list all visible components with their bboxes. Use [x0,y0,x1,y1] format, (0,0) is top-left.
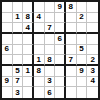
empty-cell-r8c3[interactable] [23,77,34,88]
empty-cell-r1c2[interactable] [13,2,24,13]
empty-cell-r2c9[interactable] [87,13,98,24]
empty-cell-r5c3[interactable] [23,45,34,56]
given-cell-r2c2: 1 [13,13,24,24]
empty-cell-r3c9[interactable] [87,23,98,34]
given-cell-r3c5: 7 [45,23,56,34]
empty-cell-r9c9[interactable] [87,87,98,98]
empty-cell-r5c2[interactable] [13,45,24,56]
given-cell-r7c4: 8 [34,66,45,77]
empty-cell-r6c3[interactable] [23,55,34,66]
given-cell-r8c2: 7 [13,77,24,88]
empty-cell-r4c3[interactable] [23,34,34,45]
empty-cell-r3c1[interactable] [2,23,13,34]
empty-cell-r9c1[interactable] [2,87,13,98]
empty-cell-r9c4[interactable] [34,87,45,98]
empty-cell-r7c6[interactable] [55,66,66,77]
given-cell-r8c1: 9 [2,77,13,88]
empty-cell-r2c6[interactable] [55,13,66,24]
empty-cell-r1c4[interactable] [34,2,45,13]
empty-cell-r3c6[interactable] [55,23,66,34]
given-cell-r2c4: 4 [34,13,45,24]
given-cell-r9c2: 3 [13,87,24,98]
given-cell-r1c6: 9 [55,2,66,13]
empty-cell-r5c5[interactable] [45,45,56,56]
given-cell-r6c5: 8 [45,55,56,66]
empty-cell-r4c5[interactable] [45,34,56,45]
given-cell-r3c3: 4 [23,23,34,34]
empty-cell-r9c7[interactable] [66,87,77,98]
empty-cell-r3c8[interactable] [77,23,88,34]
given-cell-r2c8: 2 [77,13,88,24]
empty-cell-r8c4[interactable] [34,77,45,88]
empty-cell-r1c1[interactable] [2,2,13,13]
empty-cell-r3c7[interactable] [66,23,77,34]
empty-cell-r5c6[interactable] [55,45,66,56]
empty-cell-r5c7[interactable] [66,45,77,56]
empty-cell-r4c1[interactable] [2,34,13,45]
empty-cell-r4c7[interactable] [66,34,77,45]
empty-cell-r5c9[interactable] [87,45,98,56]
empty-cell-r1c3[interactable] [23,2,34,13]
given-cell-r6c9: 2 [87,55,98,66]
empty-cell-r4c2[interactable] [13,34,24,45]
empty-cell-r2c1[interactable] [2,13,13,24]
given-cell-r1c7: 8 [66,2,77,13]
empty-cell-r8c8[interactable] [77,77,88,88]
empty-cell-r4c8[interactable] [77,34,88,45]
given-cell-r4c6: 6 [55,34,66,45]
given-cell-r8c9: 4 [87,77,98,88]
given-cell-r2c3: 8 [23,13,34,24]
given-cell-r5c1: 6 [2,45,13,56]
empty-cell-r2c7[interactable] [66,13,77,24]
empty-cell-r8c7[interactable] [66,77,77,88]
empty-cell-r7c5[interactable] [45,66,56,77]
empty-cell-r8c6[interactable] [55,77,66,88]
given-cell-r5c8: 5 [77,45,88,56]
empty-cell-r2c5[interactable] [45,13,56,24]
given-cell-r7c3: 1 [23,66,34,77]
empty-cell-r1c8[interactable] [77,2,88,13]
sudoku-board: 98184247665187251893973436 [0,0,100,100]
empty-cell-r6c8[interactable] [77,55,88,66]
given-cell-r7c2: 5 [13,66,24,77]
given-cell-r9c5: 6 [45,87,56,98]
given-cell-r8c5: 3 [45,77,56,88]
empty-cell-r1c5[interactable] [45,2,56,13]
empty-cell-r4c4[interactable] [34,34,45,45]
empty-cell-r6c6[interactable] [55,55,66,66]
empty-cell-r7c1[interactable] [2,66,13,77]
given-cell-r7c8: 9 [77,66,88,77]
given-cell-r6c7: 7 [66,55,77,66]
empty-cell-r9c6[interactable] [55,87,66,98]
empty-cell-r9c8[interactable] [77,87,88,98]
empty-cell-r7c7[interactable] [66,66,77,77]
empty-cell-r9c3[interactable] [23,87,34,98]
given-cell-r7c9: 3 [87,66,98,77]
empty-cell-r4c9[interactable] [87,34,98,45]
empty-cell-r6c2[interactable] [13,55,24,66]
empty-cell-r6c1[interactable] [2,55,13,66]
empty-cell-r3c4[interactable] [34,23,45,34]
given-cell-r6c4: 1 [34,55,45,66]
empty-cell-r1c9[interactable] [87,2,98,13]
empty-cell-r5c4[interactable] [34,45,45,56]
empty-cell-r3c2[interactable] [13,23,24,34]
